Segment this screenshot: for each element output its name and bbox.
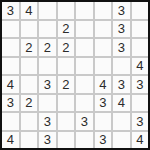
cell-r6c2[interactable]: 2 — [21, 95, 38, 112]
cell-r6c6[interactable]: 3 — [95, 95, 112, 112]
cell-r4c3[interactable] — [39, 58, 56, 75]
cell-r1c4[interactable] — [58, 2, 75, 19]
cell-r4c1[interactable] — [2, 58, 19, 75]
cell-r7c1[interactable] — [2, 113, 19, 130]
cell-r7c8[interactable]: 3 — [132, 113, 149, 130]
cell-r7c7[interactable] — [113, 113, 130, 130]
cell-r1c7[interactable]: 3 — [113, 2, 130, 19]
cell-r5c8[interactable]: 3 — [132, 76, 149, 93]
cell-r2c8[interactable] — [132, 21, 149, 38]
cell-r6c7[interactable]: 4 — [113, 95, 130, 112]
cell-r8c2[interactable] — [21, 132, 38, 149]
cell-r4c8[interactable]: 4 — [132, 58, 149, 75]
cell-r5c2[interactable] — [21, 76, 38, 93]
cell-r4c2[interactable] — [21, 58, 38, 75]
cell-r4c7[interactable] — [113, 58, 130, 75]
cell-r6c3[interactable] — [39, 95, 56, 112]
cell-r3c6[interactable] — [95, 39, 112, 56]
cell-r3c4[interactable]: 2 — [58, 39, 75, 56]
cell-r1c5[interactable] — [76, 2, 93, 19]
cell-r6c4[interactable] — [58, 95, 75, 112]
cell-r6c5[interactable] — [76, 95, 93, 112]
cell-r3c5[interactable] — [76, 39, 93, 56]
cell-r8c8[interactable]: 4 — [132, 132, 149, 149]
cell-r3c1[interactable] — [2, 39, 19, 56]
cell-r7c5[interactable]: 3 — [76, 113, 93, 130]
cell-r7c2[interactable] — [21, 113, 38, 130]
cell-r7c3[interactable]: 3 — [39, 113, 56, 130]
cell-r2c7[interactable]: 3 — [113, 21, 130, 38]
cell-r4c4[interactable] — [58, 58, 75, 75]
cell-r5c6[interactable]: 4 — [95, 76, 112, 93]
cell-r8c6[interactable]: 3 — [95, 132, 112, 149]
cell-r8c5[interactable] — [76, 132, 93, 149]
cell-r2c3[interactable] — [39, 21, 56, 38]
cell-r6c8[interactable] — [132, 95, 149, 112]
cell-r2c1[interactable] — [2, 21, 19, 38]
cell-r7c4[interactable] — [58, 113, 75, 130]
cell-r6c1[interactable]: 3 — [2, 95, 19, 112]
cell-r8c3[interactable]: 3 — [39, 132, 56, 149]
cell-r8c4[interactable] — [58, 132, 75, 149]
cell-r3c8[interactable] — [132, 39, 149, 56]
cell-r8c7[interactable] — [113, 132, 130, 149]
puzzle-board: 343232223443243332343334334 — [0, 0, 150, 150]
cell-r2c2[interactable] — [21, 21, 38, 38]
cell-r8c1[interactable]: 4 — [2, 132, 19, 149]
cell-r4c5[interactable] — [76, 58, 93, 75]
cell-r1c8[interactable] — [132, 2, 149, 19]
cell-r2c6[interactable] — [95, 21, 112, 38]
cell-r1c1[interactable]: 3 — [2, 2, 19, 19]
cell-r3c3[interactable]: 2 — [39, 39, 56, 56]
cell-r1c3[interactable] — [39, 2, 56, 19]
cell-r5c1[interactable]: 4 — [2, 76, 19, 93]
cell-r5c7[interactable]: 3 — [113, 76, 130, 93]
cell-r5c3[interactable]: 3 — [39, 76, 56, 93]
cell-r1c2[interactable]: 4 — [21, 2, 38, 19]
cell-r2c5[interactable] — [76, 21, 93, 38]
cell-r4c6[interactable] — [95, 58, 112, 75]
cell-r5c5[interactable] — [76, 76, 93, 93]
cell-r2c4[interactable]: 2 — [58, 21, 75, 38]
cell-r3c7[interactable]: 3 — [113, 39, 130, 56]
cell-r7c6[interactable] — [95, 113, 112, 130]
cell-r1c6[interactable] — [95, 2, 112, 19]
cell-r3c2[interactable]: 2 — [21, 39, 38, 56]
cell-r5c4[interactable]: 2 — [58, 76, 75, 93]
